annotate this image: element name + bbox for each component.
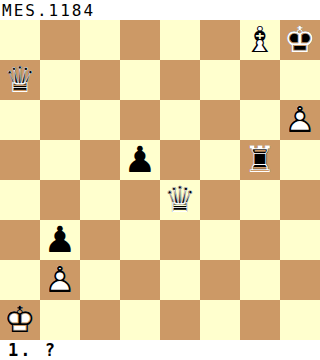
square-b3[interactable]: ♟ (40, 220, 80, 260)
square-d3[interactable] (120, 220, 160, 260)
square-b5[interactable] (40, 140, 80, 180)
square-e3[interactable] (160, 220, 200, 260)
square-a5[interactable] (0, 140, 40, 180)
black-king-outline-glyph: ♔ (280, 20, 320, 60)
black-pawn-fill-glyph: ♟ (40, 220, 80, 260)
square-c8[interactable] (80, 20, 120, 60)
square-b2[interactable]: ♟♙ (40, 260, 80, 300)
square-g2[interactable] (240, 260, 280, 300)
square-f2[interactable] (200, 260, 240, 300)
square-c5[interactable] (80, 140, 120, 180)
square-d4[interactable] (120, 180, 160, 220)
square-f1[interactable] (200, 300, 240, 340)
puzzle-title: MES.1184 (0, 0, 320, 20)
white-pawn-outline-glyph: ♙ (40, 260, 80, 300)
square-a6[interactable] (0, 100, 40, 140)
square-a8[interactable] (0, 20, 40, 60)
piece-white-pawn[interactable]: ♟♙ (40, 260, 80, 300)
square-d6[interactable] (120, 100, 160, 140)
piece-black-queen[interactable]: ♛♕ (0, 60, 40, 100)
white-bishop-outline-glyph: ♗ (240, 20, 280, 60)
square-a2[interactable] (0, 260, 40, 300)
square-f8[interactable] (200, 20, 240, 60)
square-f4[interactable] (200, 180, 240, 220)
square-h5[interactable] (280, 140, 320, 180)
square-h2[interactable] (280, 260, 320, 300)
square-h8[interactable]: ♚♔ (280, 20, 320, 60)
square-c6[interactable] (80, 100, 120, 140)
square-b4[interactable] (40, 180, 80, 220)
square-a3[interactable] (0, 220, 40, 260)
square-h6[interactable]: ♟♙ (280, 100, 320, 140)
square-g3[interactable] (240, 220, 280, 260)
square-g1[interactable] (240, 300, 280, 340)
black-pawn-fill-glyph: ♟ (120, 140, 160, 180)
square-d8[interactable] (120, 20, 160, 60)
square-b8[interactable] (40, 20, 80, 60)
square-a7[interactable]: ♛♕ (0, 60, 40, 100)
square-e2[interactable] (160, 260, 200, 300)
square-c4[interactable] (80, 180, 120, 220)
square-b1[interactable] (40, 300, 80, 340)
square-g8[interactable]: ♝♗ (240, 20, 280, 60)
square-e7[interactable] (160, 60, 200, 100)
square-c7[interactable] (80, 60, 120, 100)
square-f3[interactable] (200, 220, 240, 260)
square-h1[interactable] (280, 300, 320, 340)
square-h4[interactable] (280, 180, 320, 220)
square-e4[interactable]: ♛♕ (160, 180, 200, 220)
square-a1[interactable]: ♚♔ (0, 300, 40, 340)
square-d7[interactable] (120, 60, 160, 100)
piece-white-bishop[interactable]: ♝♗ (240, 20, 280, 60)
square-c1[interactable] (80, 300, 120, 340)
square-g7[interactable] (240, 60, 280, 100)
square-f5[interactable] (200, 140, 240, 180)
square-g4[interactable] (240, 180, 280, 220)
square-g6[interactable] (240, 100, 280, 140)
white-pawn-outline-glyph: ♙ (280, 100, 320, 140)
square-g5[interactable]: ♜♖ (240, 140, 280, 180)
square-f6[interactable] (200, 100, 240, 140)
square-d1[interactable] (120, 300, 160, 340)
move-prompt: 1. ? (0, 340, 320, 360)
piece-white-pawn[interactable]: ♟♙ (280, 100, 320, 140)
black-queen-outline-glyph: ♕ (0, 60, 40, 100)
square-c3[interactable] (80, 220, 120, 260)
black-rook-outline-glyph: ♖ (240, 140, 280, 180)
piece-black-rook[interactable]: ♜♖ (240, 140, 280, 180)
square-b7[interactable] (40, 60, 80, 100)
black-queen-outline-glyph: ♕ (160, 180, 200, 220)
white-king-outline-glyph: ♔ (0, 300, 40, 340)
piece-black-king[interactable]: ♚♔ (280, 20, 320, 60)
square-d2[interactable] (120, 260, 160, 300)
square-e8[interactable] (160, 20, 200, 60)
piece-black-pawn[interactable]: ♟ (40, 220, 80, 260)
piece-black-pawn[interactable]: ♟ (120, 140, 160, 180)
piece-black-queen[interactable]: ♛♕ (160, 180, 200, 220)
square-a4[interactable] (0, 180, 40, 220)
square-d5[interactable]: ♟ (120, 140, 160, 180)
square-c2[interactable] (80, 260, 120, 300)
square-e1[interactable] (160, 300, 200, 340)
square-b6[interactable] (40, 100, 80, 140)
square-f7[interactable] (200, 60, 240, 100)
chess-board: ♝♗♚♔♛♕♟♙♟♜♖♛♕♟♟♙♚♔ (0, 20, 320, 340)
square-e6[interactable] (160, 100, 200, 140)
square-h3[interactable] (280, 220, 320, 260)
square-h7[interactable] (280, 60, 320, 100)
piece-white-king[interactable]: ♚♔ (0, 300, 40, 340)
square-e5[interactable] (160, 140, 200, 180)
